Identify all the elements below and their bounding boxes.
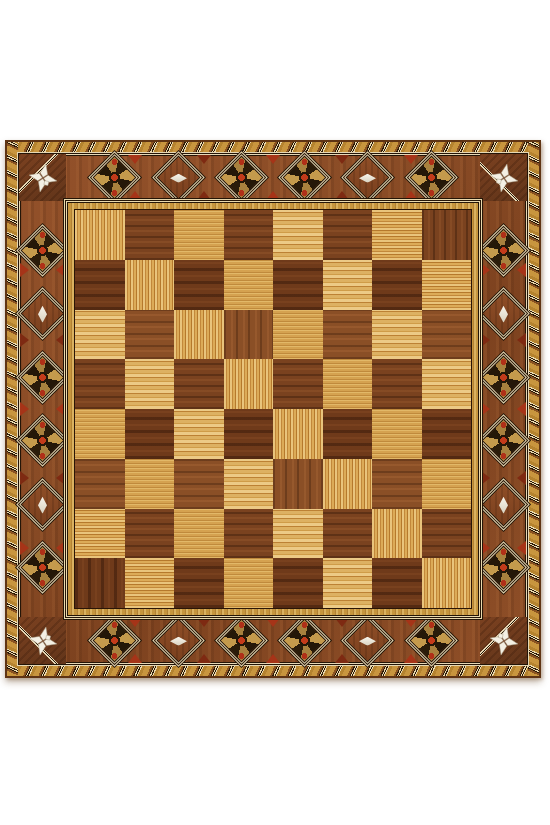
square-d6 <box>224 310 274 360</box>
red-triangle-accent <box>128 618 142 627</box>
square-c2 <box>174 509 224 559</box>
mosaic-star-inlay <box>284 620 325 661</box>
border-band-left <box>19 201 66 617</box>
red-triangle-accent <box>20 541 29 555</box>
square-e4 <box>273 409 323 459</box>
mosaic-star-inlay <box>221 620 262 661</box>
square-a2 <box>75 509 125 559</box>
pearl-diamond-inlay <box>22 293 63 334</box>
square-g3 <box>372 459 422 509</box>
square-b8 <box>125 210 175 260</box>
corner-inlay-top-left <box>19 154 66 201</box>
red-triangle-accent <box>56 333 65 347</box>
red-triangle-accent <box>335 654 349 663</box>
red-triangle-accent <box>517 471 526 485</box>
square-b6 <box>125 310 175 360</box>
mosaic-star-inlay <box>22 420 63 461</box>
pearl-star-icon <box>21 156 64 199</box>
red-triangle-accent <box>335 618 349 627</box>
pearl-star-icon <box>482 156 525 199</box>
square-f7 <box>323 260 373 310</box>
red-triangle-accent <box>481 471 490 485</box>
square-a6 <box>75 310 125 360</box>
pearl-star-icon <box>21 619 64 662</box>
square-b3 <box>125 459 175 509</box>
red-triangle-accent <box>266 191 280 200</box>
border-band-top <box>66 154 480 201</box>
square-f5 <box>323 359 373 409</box>
square-c4 <box>174 409 224 459</box>
square-c5 <box>174 359 224 409</box>
red-triangle-accent <box>481 263 490 277</box>
square-d2 <box>224 509 274 559</box>
rope-border-right <box>528 142 539 676</box>
square-b5 <box>125 359 175 409</box>
mosaic-star-inlay <box>284 157 325 198</box>
red-triangle-accent <box>481 541 490 555</box>
square-h7 <box>422 260 472 310</box>
red-triangle-accent <box>197 191 211 200</box>
red-triangle-accent <box>56 263 65 277</box>
square-h6 <box>422 310 472 360</box>
square-g7 <box>372 260 422 310</box>
playing-field <box>74 209 472 609</box>
corner-inlay-bottom-left <box>19 617 66 664</box>
pearl-diamond-inlay <box>483 293 524 334</box>
rope-border-left <box>7 142 18 676</box>
square-g1 <box>372 558 422 608</box>
square-g2 <box>372 509 422 559</box>
red-triangle-accent <box>517 263 526 277</box>
square-a8 <box>75 210 125 260</box>
square-g6 <box>372 310 422 360</box>
red-triangle-accent <box>197 618 211 627</box>
square-g5 <box>372 359 422 409</box>
square-c7 <box>174 260 224 310</box>
red-triangle-accent <box>128 191 142 200</box>
corner-inlay-bottom-right <box>480 617 527 664</box>
square-f8 <box>323 210 373 260</box>
red-triangle-accent <box>20 471 29 485</box>
square-c1 <box>174 558 224 608</box>
red-triangle-accent <box>56 402 65 416</box>
square-h2 <box>422 509 472 559</box>
square-e6 <box>273 310 323 360</box>
red-triangle-accent <box>56 471 65 485</box>
mosaic-star-inlay <box>483 420 524 461</box>
square-d4 <box>224 409 274 459</box>
square-e3 <box>273 459 323 509</box>
square-f4 <box>323 409 373 459</box>
square-h3 <box>422 459 472 509</box>
square-e2 <box>273 509 323 559</box>
border-band-right <box>480 201 527 617</box>
red-triangle-accent <box>481 402 490 416</box>
square-a3 <box>75 459 125 509</box>
pearl-diamond-inlay <box>483 484 524 525</box>
pearl-diamond-inlay <box>347 620 388 661</box>
square-d5 <box>224 359 274 409</box>
mosaic-star-inlay <box>483 357 524 398</box>
square-b2 <box>125 509 175 559</box>
red-triangle-accent <box>335 155 349 164</box>
red-triangle-accent <box>404 191 418 200</box>
square-e5 <box>273 359 323 409</box>
red-triangle-accent <box>404 618 418 627</box>
red-triangle-accent <box>335 191 349 200</box>
pearl-star-icon <box>482 619 525 662</box>
red-triangle-accent <box>128 654 142 663</box>
square-f2 <box>323 509 373 559</box>
square-h8 <box>422 210 472 260</box>
rope-border-bottom <box>7 665 539 676</box>
border-band-bottom <box>66 617 480 664</box>
square-e7 <box>273 260 323 310</box>
pearl-diamond-inlay <box>22 484 63 525</box>
square-a5 <box>75 359 125 409</box>
red-triangle-accent <box>404 654 418 663</box>
square-e1 <box>273 558 323 608</box>
square-a7 <box>75 260 125 310</box>
square-a4 <box>75 409 125 459</box>
mosaic-star-inlay <box>22 357 63 398</box>
square-c3 <box>174 459 224 509</box>
red-triangle-accent <box>517 402 526 416</box>
chess-board <box>5 140 541 678</box>
red-triangle-accent <box>517 541 526 555</box>
red-triangle-accent <box>128 155 142 164</box>
red-triangle-accent <box>266 155 280 164</box>
pearl-diamond-inlay <box>158 157 199 198</box>
square-h5 <box>422 359 472 409</box>
red-triangle-accent <box>20 263 29 277</box>
square-b1 <box>125 558 175 608</box>
square-d7 <box>224 260 274 310</box>
square-b7 <box>125 260 175 310</box>
mosaic-star-inlay <box>221 157 262 198</box>
square-d3 <box>224 459 274 509</box>
red-triangle-accent <box>517 333 526 347</box>
square-c8 <box>174 210 224 260</box>
corner-inlay-top-right <box>480 154 527 201</box>
red-triangle-accent <box>266 654 280 663</box>
red-triangle-accent <box>197 155 211 164</box>
red-triangle-accent <box>197 654 211 663</box>
rope-border-top <box>7 142 539 153</box>
square-f3 <box>323 459 373 509</box>
square-h1 <box>422 558 472 608</box>
square-f1 <box>323 558 373 608</box>
red-triangle-accent <box>20 333 29 347</box>
red-triangle-accent <box>266 618 280 627</box>
red-triangle-accent <box>481 333 490 347</box>
red-triangle-accent <box>20 402 29 416</box>
square-d8 <box>224 210 274 260</box>
square-h4 <box>422 409 472 459</box>
square-b4 <box>125 409 175 459</box>
pearl-diamond-inlay <box>158 620 199 661</box>
square-f6 <box>323 310 373 360</box>
square-e8 <box>273 210 323 260</box>
square-g8 <box>372 210 422 260</box>
red-triangle-accent <box>404 155 418 164</box>
square-d1 <box>224 558 274 608</box>
square-g4 <box>372 409 422 459</box>
square-c6 <box>174 310 224 360</box>
red-triangle-accent <box>56 541 65 555</box>
pearl-diamond-inlay <box>347 157 388 198</box>
square-a1 <box>75 558 125 608</box>
